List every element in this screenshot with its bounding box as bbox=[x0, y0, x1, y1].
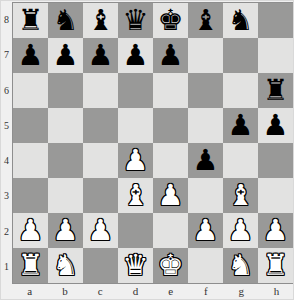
file-label-c: c bbox=[83, 284, 118, 300]
file-label-h: h bbox=[259, 284, 294, 300]
file-label-f: f bbox=[188, 284, 223, 300]
square-d4[interactable]: ♟ bbox=[118, 143, 153, 178]
rank-labels: 87654321 bbox=[1, 2, 12, 284]
square-a8[interactable]: ♜ bbox=[13, 3, 48, 38]
square-c6[interactable] bbox=[83, 73, 118, 108]
square-e5[interactable] bbox=[153, 108, 188, 143]
square-f8[interactable]: ♝ bbox=[188, 3, 223, 38]
square-h1[interactable]: ♜ bbox=[258, 248, 293, 283]
piece-black-rook: ♜ bbox=[13, 3, 48, 38]
square-a6[interactable] bbox=[13, 73, 48, 108]
rank-label-8: 8 bbox=[1, 2, 12, 37]
square-d5[interactable] bbox=[118, 108, 153, 143]
rank-label-2: 2 bbox=[1, 214, 12, 249]
piece-black-bishop: ♝ bbox=[188, 3, 223, 38]
file-label-a: a bbox=[12, 284, 47, 300]
square-d2[interactable] bbox=[118, 213, 153, 248]
square-g6[interactable] bbox=[223, 73, 258, 108]
piece-black-pawn: ♟ bbox=[188, 143, 223, 178]
square-h3[interactable] bbox=[258, 178, 293, 213]
piece-black-pawn: ♟ bbox=[223, 108, 258, 143]
square-b1[interactable]: ♞ bbox=[48, 248, 83, 283]
square-d8[interactable]: ♛ bbox=[118, 3, 153, 38]
square-f1[interactable] bbox=[188, 248, 223, 283]
square-f4[interactable]: ♟ bbox=[188, 143, 223, 178]
piece-white-rook: ♜ bbox=[13, 248, 48, 283]
square-e2[interactable] bbox=[153, 213, 188, 248]
square-c8[interactable]: ♝ bbox=[83, 3, 118, 38]
piece-black-knight: ♞ bbox=[223, 3, 258, 38]
square-f5[interactable] bbox=[188, 108, 223, 143]
piece-black-knight: ♞ bbox=[48, 3, 83, 38]
piece-black-pawn: ♟ bbox=[258, 108, 293, 143]
rank-label-5: 5 bbox=[1, 108, 12, 143]
square-e4[interactable] bbox=[153, 143, 188, 178]
piece-black-rook: ♜ bbox=[258, 73, 293, 108]
square-a4[interactable] bbox=[13, 143, 48, 178]
piece-white-pawn: ♟ bbox=[83, 213, 118, 248]
rank-label-6: 6 bbox=[1, 73, 12, 108]
piece-white-pawn: ♟ bbox=[223, 213, 258, 248]
square-g5[interactable]: ♟ bbox=[223, 108, 258, 143]
piece-white-bishop: ♝ bbox=[118, 178, 153, 213]
piece-white-rook: ♜ bbox=[258, 248, 293, 283]
rank-label-3: 3 bbox=[1, 178, 12, 213]
square-h7[interactable] bbox=[258, 38, 293, 73]
piece-black-pawn: ♟ bbox=[153, 38, 188, 73]
square-e7[interactable]: ♟ bbox=[153, 38, 188, 73]
square-d7[interactable]: ♟ bbox=[118, 38, 153, 73]
square-g7[interactable] bbox=[223, 38, 258, 73]
square-d3[interactable]: ♝ bbox=[118, 178, 153, 213]
square-c7[interactable]: ♟ bbox=[83, 38, 118, 73]
piece-black-pawn: ♟ bbox=[13, 38, 48, 73]
square-h5[interactable]: ♟ bbox=[258, 108, 293, 143]
square-e8[interactable]: ♚ bbox=[153, 3, 188, 38]
square-b7[interactable]: ♟ bbox=[48, 38, 83, 73]
piece-white-pawn: ♟ bbox=[13, 213, 48, 248]
square-g8[interactable]: ♞ bbox=[223, 3, 258, 38]
square-h2[interactable]: ♟ bbox=[258, 213, 293, 248]
square-c5[interactable] bbox=[83, 108, 118, 143]
chess-board-diagram: 87654321 ♜♞♝♛♚♝♞♟♟♟♟♟♜♟♟♟♟♝♟♝♟♟♟♟♟♟♜♞♛♚♞… bbox=[0, 0, 294, 300]
square-a1[interactable]: ♜ bbox=[13, 248, 48, 283]
square-h4[interactable] bbox=[258, 143, 293, 178]
file-labels: abcdefgh bbox=[12, 284, 294, 300]
square-f7[interactable] bbox=[188, 38, 223, 73]
square-a2[interactable]: ♟ bbox=[13, 213, 48, 248]
piece-white-knight: ♞ bbox=[48, 248, 83, 283]
piece-black-king: ♚ bbox=[153, 3, 188, 38]
file-label-g: g bbox=[224, 284, 259, 300]
piece-white-knight: ♞ bbox=[223, 248, 258, 283]
piece-white-queen: ♛ bbox=[118, 248, 153, 283]
piece-black-queen: ♛ bbox=[118, 3, 153, 38]
rank-label-1: 1 bbox=[1, 249, 12, 284]
piece-white-pawn: ♟ bbox=[48, 213, 83, 248]
square-g3[interactable]: ♝ bbox=[223, 178, 258, 213]
square-b3[interactable] bbox=[48, 178, 83, 213]
rank-label-7: 7 bbox=[1, 37, 12, 72]
piece-black-pawn: ♟ bbox=[48, 38, 83, 73]
piece-white-pawn: ♟ bbox=[188, 213, 223, 248]
file-label-b: b bbox=[47, 284, 82, 300]
piece-white-bishop: ♝ bbox=[223, 178, 258, 213]
square-f6[interactable] bbox=[188, 73, 223, 108]
square-d1[interactable]: ♛ bbox=[118, 248, 153, 283]
square-c2[interactable]: ♟ bbox=[83, 213, 118, 248]
square-e1[interactable]: ♚ bbox=[153, 248, 188, 283]
square-h8[interactable] bbox=[258, 3, 293, 38]
square-d6[interactable] bbox=[118, 73, 153, 108]
square-b5[interactable] bbox=[48, 108, 83, 143]
piece-black-pawn: ♟ bbox=[118, 38, 153, 73]
square-a3[interactable] bbox=[13, 178, 48, 213]
square-b2[interactable]: ♟ bbox=[48, 213, 83, 248]
file-label-e: e bbox=[153, 284, 188, 300]
square-b4[interactable] bbox=[48, 143, 83, 178]
square-g2[interactable]: ♟ bbox=[223, 213, 258, 248]
piece-white-king: ♚ bbox=[153, 248, 188, 283]
file-label-d: d bbox=[118, 284, 153, 300]
piece-black-pawn: ♟ bbox=[83, 38, 118, 73]
square-a7[interactable]: ♟ bbox=[13, 38, 48, 73]
square-c3[interactable] bbox=[83, 178, 118, 213]
piece-white-pawn: ♟ bbox=[258, 213, 293, 248]
piece-white-pawn: ♟ bbox=[118, 143, 153, 178]
square-e6[interactable] bbox=[153, 73, 188, 108]
square-b6[interactable] bbox=[48, 73, 83, 108]
square-c1[interactable] bbox=[83, 248, 118, 283]
piece-black-bishop: ♝ bbox=[83, 3, 118, 38]
square-f2[interactable]: ♟ bbox=[188, 213, 223, 248]
square-b8[interactable]: ♞ bbox=[48, 3, 83, 38]
square-e3[interactable]: ♟ bbox=[153, 178, 188, 213]
rank-label-4: 4 bbox=[1, 143, 12, 178]
square-h6[interactable]: ♜ bbox=[258, 73, 293, 108]
square-f3[interactable] bbox=[188, 178, 223, 213]
piece-white-pawn: ♟ bbox=[153, 178, 188, 213]
square-g1[interactable]: ♞ bbox=[223, 248, 258, 283]
chess-board[interactable]: ♜♞♝♛♚♝♞♟♟♟♟♟♜♟♟♟♟♝♟♝♟♟♟♟♟♟♜♞♛♚♞♜ bbox=[12, 2, 294, 284]
square-g4[interactable] bbox=[223, 143, 258, 178]
square-a5[interactable] bbox=[13, 108, 48, 143]
square-c4[interactable] bbox=[83, 143, 118, 178]
